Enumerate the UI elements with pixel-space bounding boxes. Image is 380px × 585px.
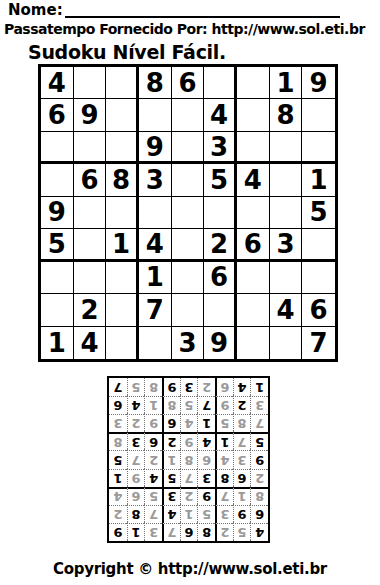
solution-cell-r8c6: 8	[162, 396, 180, 414]
sudoku-cell-r2c9[interactable]	[302, 99, 335, 131]
sudoku-cell-r8c5[interactable]	[172, 294, 205, 326]
solution-cell-r2c1: 6	[250, 505, 268, 523]
sudoku-cell-r6c1[interactable]: 5	[41, 229, 74, 261]
solution-cell-r7c8: 2	[127, 414, 145, 432]
name-label: Nome:	[8, 2, 63, 18]
solution-cell-r2c9: 2	[109, 505, 127, 523]
sudoku-cell-r6c8[interactable]: 3	[270, 229, 303, 261]
solution-cell-r2c8: 8	[127, 505, 145, 523]
sudoku-cell-r4c2[interactable]: 6	[74, 164, 107, 196]
solution-cell-r3c2: 1	[233, 487, 251, 505]
sudoku-cell-r5c2[interactable]	[74, 197, 107, 229]
sudoku-cell-r9c5[interactable]: 3	[172, 327, 205, 359]
solution-cell-r6c9: 8	[109, 432, 127, 450]
sudoku-cell-r9c6[interactable]: 9	[204, 327, 237, 359]
solution-cell-r7c9: 3	[109, 414, 127, 432]
sudoku-cell-r5c1[interactable]: 9	[41, 197, 74, 229]
sudoku-cell-r1c2[interactable]	[74, 67, 107, 99]
solution-cell-r9c1: 1	[250, 378, 268, 396]
sudoku-cell-r3c7[interactable]	[237, 132, 270, 164]
sudoku-cell-r2c8[interactable]: 8	[270, 99, 303, 131]
solution-cell-r3c9: 4	[109, 487, 127, 505]
solution-cell-r5c9: 5	[109, 450, 127, 468]
sudoku-cell-r6c7[interactable]: 6	[237, 229, 270, 261]
sudoku-cell-r1c1[interactable]: 4	[41, 67, 74, 99]
sudoku-cell-r3c3[interactable]	[106, 132, 139, 164]
sudoku-cell-r6c4[interactable]: 4	[139, 229, 172, 261]
solution-cell-r9c9: 7	[109, 378, 127, 396]
sudoku-cell-r2c2[interactable]: 9	[74, 99, 107, 131]
sudoku-cell-r5c6[interactable]	[204, 197, 237, 229]
solution-cell-r5c4: 6	[197, 450, 215, 468]
sudoku-worksheet-page: Nome: Passatempo Fornecido Por: http://w…	[0, 0, 380, 585]
solution-cell-r5c1: 9	[250, 450, 268, 468]
solution-cell-r1c8: 1	[127, 523, 145, 541]
solution-cell-r7c2: 8	[233, 414, 251, 432]
sudoku-cell-r4c3[interactable]: 8	[106, 164, 139, 196]
solution-cell-r9c3: 6	[215, 378, 233, 396]
sudoku-cell-r8c7[interactable]	[237, 294, 270, 326]
sudoku-cell-r2c3[interactable]	[106, 99, 139, 131]
solution-cell-r6c7: 6	[144, 432, 162, 450]
solution-cell-r9c8: 5	[127, 378, 145, 396]
solution-cell-r6c4: 4	[197, 432, 215, 450]
sudoku-cell-r8c6[interactable]	[204, 294, 237, 326]
solution-cell-r7c5: 4	[180, 414, 198, 432]
solution-cell-r8c2: 2	[233, 396, 251, 414]
solution-cell-r6c1: 5	[250, 432, 268, 450]
page-title: Sudoku Nível Fácil.	[28, 41, 226, 63]
solution-cell-r6c8: 3	[127, 432, 145, 450]
solution-cell-r1c4: 8	[197, 523, 215, 541]
name-row: Nome:	[8, 2, 340, 18]
sudoku-cell-r1c5[interactable]: 6	[172, 67, 205, 99]
solution-cell-r8c9: 6	[109, 396, 127, 414]
sudoku-cell-r2c5[interactable]	[172, 99, 205, 131]
sudoku-cell-r8c1[interactable]	[41, 294, 74, 326]
solution-cell-r9c4: 2	[197, 378, 215, 396]
solution-cell-r1c7: 3	[144, 523, 162, 541]
solution-cell-r1c9: 9	[109, 523, 127, 541]
solution-grid-upside-down: 4528673196935147828179235642683754919346…	[107, 376, 270, 543]
sudoku-cell-r3c8[interactable]	[270, 132, 303, 164]
sudoku-cell-r6c2[interactable]	[74, 229, 107, 261]
solution-cell-r1c6: 7	[162, 523, 180, 541]
sudoku-cell-r2c4[interactable]	[139, 99, 172, 131]
solution-cell-r7c6: 6	[162, 414, 180, 432]
solution-cell-r4c6: 5	[162, 469, 180, 487]
solution-cell-r4c8: 9	[127, 469, 145, 487]
solution-cell-r5c8: 7	[127, 450, 145, 468]
sudoku-cell-r7c3[interactable]	[106, 262, 139, 294]
sudoku-cell-r1c3[interactable]	[106, 67, 139, 99]
sudoku-cell-r3c6[interactable]: 3	[204, 132, 237, 164]
solution-cell-r4c5: 7	[180, 469, 198, 487]
sudoku-cell-r3c5[interactable]	[172, 132, 205, 164]
solution-cell-r8c7: 1	[144, 396, 162, 414]
solution-cell-r9c5: 3	[180, 378, 198, 396]
solution-cell-r4c1: 2	[250, 469, 268, 487]
sudoku-cell-r9c7[interactable]	[237, 327, 270, 359]
sudoku-cell-r8c3[interactable]	[106, 294, 139, 326]
sudoku-cell-r8c4[interactable]: 7	[139, 294, 172, 326]
solution-cell-r5c6: 1	[162, 450, 180, 468]
sudoku-cell-r3c1[interactable]	[41, 132, 74, 164]
solution-cell-r4c9: 1	[109, 469, 127, 487]
sudoku-cell-r4c8[interactable]	[270, 164, 303, 196]
sudoku-cell-r5c4[interactable]	[139, 197, 172, 229]
solution-cell-r7c1: 7	[250, 414, 268, 432]
solution-cell-r4c7: 4	[144, 469, 162, 487]
solution-cell-r1c5: 6	[180, 523, 198, 541]
solution-cell-r1c2: 5	[233, 523, 251, 541]
solution-cell-r2c3: 3	[215, 505, 233, 523]
sudoku-cell-r4c5[interactable]	[172, 164, 205, 196]
sudoku-cell-r6c5[interactable]	[172, 229, 205, 261]
sudoku-cell-r8c8[interactable]: 4	[270, 294, 303, 326]
sudoku-cell-r6c9[interactable]	[302, 229, 335, 261]
solution-cell-r3c4: 9	[197, 487, 215, 505]
sudoku-cell-r1c8[interactable]: 1	[270, 67, 303, 99]
solution-cell-r3c1: 8	[250, 487, 268, 505]
solution-cell-r7c4: 1	[197, 414, 215, 432]
sudoku-cell-r5c5[interactable]	[172, 197, 205, 229]
solution-cell-r3c6: 3	[162, 487, 180, 505]
sudoku-cell-r5c3[interactable]	[106, 197, 139, 229]
sudoku-cell-r3c9[interactable]	[302, 132, 335, 164]
solution-cell-r2c2: 9	[233, 505, 251, 523]
solution-cell-r7c7: 9	[144, 414, 162, 432]
sudoku-cell-r5c7[interactable]	[237, 197, 270, 229]
sudoku-cell-r4c9[interactable]: 1	[302, 164, 335, 196]
sudoku-cell-r4c6[interactable]: 5	[204, 164, 237, 196]
solution-cell-r9c7: 8	[144, 378, 162, 396]
sudoku-cell-r1c4[interactable]: 8	[139, 67, 172, 99]
solution-cell-r2c7: 7	[144, 505, 162, 523]
sudoku-cell-r2c1[interactable]: 6	[41, 99, 74, 131]
solution-cell-r1c3: 2	[215, 523, 233, 541]
solution-cell-r4c4: 3	[197, 469, 215, 487]
sudoku-cell-r8c9[interactable]: 6	[302, 294, 335, 326]
sudoku-cell-r6c3[interactable]: 1	[106, 229, 139, 261]
sudoku-cell-r1c6[interactable]	[204, 67, 237, 99]
solution-cell-r8c3: 9	[215, 396, 233, 414]
solution-cell-r6c5: 9	[180, 432, 198, 450]
solution-cell-r9c6: 9	[162, 378, 180, 396]
solution-cell-r9c2: 4	[233, 378, 251, 396]
solution-cell-r8c5: 5	[180, 396, 198, 414]
solution-cell-r2c6: 4	[162, 505, 180, 523]
copyright-text: Copyright © http://www.sol.eti.br	[0, 560, 380, 578]
sudoku-grid: 486196948936835419551426316274614397	[38, 64, 338, 362]
sudoku-cell-r1c9[interactable]: 9	[302, 67, 335, 99]
sudoku-cell-r5c9[interactable]: 5	[302, 197, 335, 229]
sudoku-cell-r5c8[interactable]	[270, 197, 303, 229]
sudoku-cell-r9c3[interactable]	[106, 327, 139, 359]
sudoku-cell-r2c7[interactable]	[237, 99, 270, 131]
sudoku-cell-r4c4[interactable]: 3	[139, 164, 172, 196]
provided-by-text: Passatempo Fornecido Por: http://www.sol…	[4, 20, 376, 38]
sudoku-cell-r3c4[interactable]: 9	[139, 132, 172, 164]
sudoku-cell-r4c7[interactable]: 4	[237, 164, 270, 196]
solution-cell-r8c8: 4	[127, 396, 145, 414]
solution-cell-r6c6: 2	[162, 432, 180, 450]
sudoku-cell-r6c6[interactable]: 2	[204, 229, 237, 261]
sudoku-cell-r7c5[interactable]	[172, 262, 205, 294]
sudoku-cell-r9c9[interactable]: 7	[302, 327, 335, 359]
sudoku-cell-r7c8[interactable]	[270, 262, 303, 294]
solution-cell-r3c5: 2	[180, 487, 198, 505]
solution-cell-r3c7: 5	[144, 487, 162, 505]
sudoku-cell-r8c2[interactable]: 2	[74, 294, 107, 326]
solution-cell-r2c4: 5	[197, 505, 215, 523]
sudoku-cell-r1c7[interactable]	[237, 67, 270, 99]
solution-cell-r5c2: 3	[233, 450, 251, 468]
solution-cell-r6c3: 1	[215, 432, 233, 450]
solution-cell-r4c2: 6	[233, 469, 251, 487]
solution-cell-r1c1: 4	[250, 523, 268, 541]
sudoku-cell-r7c7[interactable]	[237, 262, 270, 294]
solution-cell-r4c3: 8	[215, 469, 233, 487]
sudoku-cell-r7c4[interactable]: 1	[139, 262, 172, 294]
sudoku-cell-r7c6[interactable]: 6	[204, 262, 237, 294]
solution-cell-r2c5: 1	[180, 505, 198, 523]
sudoku-cell-r7c2[interactable]	[74, 262, 107, 294]
sudoku-cell-r9c4[interactable]	[139, 327, 172, 359]
solution-cell-r8c4: 7	[197, 396, 215, 414]
solution-cell-r8c1: 3	[250, 396, 268, 414]
sudoku-cell-r2c6[interactable]: 4	[204, 99, 237, 131]
sudoku-cell-r7c9[interactable]	[302, 262, 335, 294]
solution-cell-r7c3: 5	[215, 414, 233, 432]
solution-cell-r3c3: 7	[215, 487, 233, 505]
sudoku-cell-r9c8[interactable]	[270, 327, 303, 359]
sudoku-cell-r7c1[interactable]	[41, 262, 74, 294]
solution-cell-r5c5: 8	[180, 450, 198, 468]
solution-cell-r5c7: 2	[144, 450, 162, 468]
solution-cell-r3c8: 6	[127, 487, 145, 505]
solution-cell-r6c2: 7	[233, 432, 251, 450]
name-underline	[65, 2, 340, 18]
sudoku-cell-r3c2[interactable]	[74, 132, 107, 164]
sudoku-cell-r4c1[interactable]	[41, 164, 74, 196]
sudoku-cell-r9c2[interactable]: 4	[74, 327, 107, 359]
sudoku-cell-r9c1[interactable]: 1	[41, 327, 74, 359]
solution-cell-r5c3: 4	[215, 450, 233, 468]
